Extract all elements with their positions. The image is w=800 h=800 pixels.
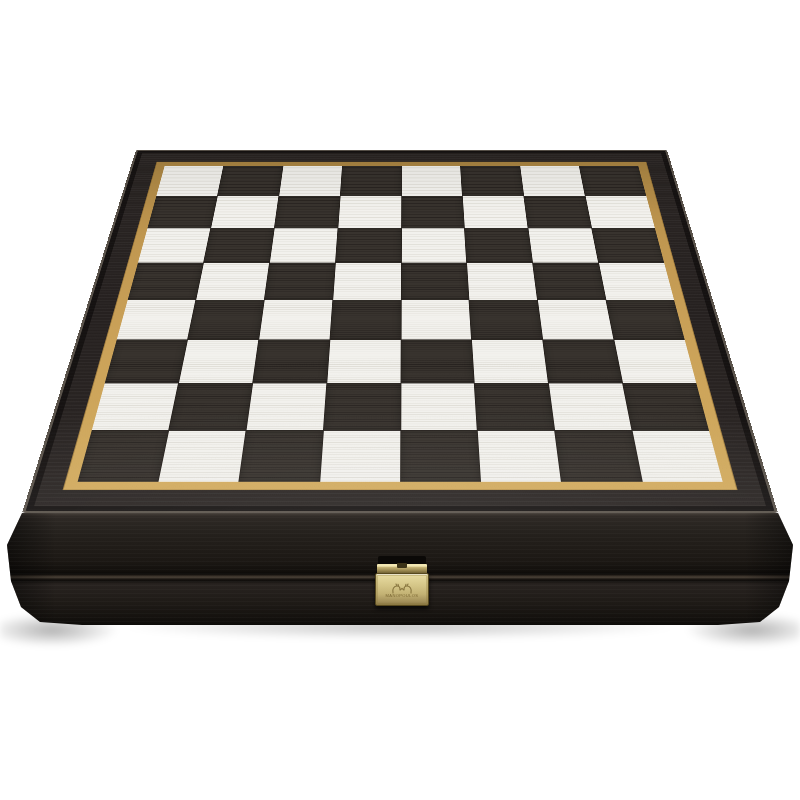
square-h7[interactable] — [586, 196, 655, 228]
square-b5[interactable] — [196, 263, 269, 300]
square-d2[interactable] — [324, 384, 401, 431]
square-f1[interactable] — [478, 431, 561, 482]
square-b6[interactable] — [204, 228, 274, 262]
square-f6[interactable] — [465, 228, 532, 262]
square-c6[interactable] — [270, 228, 338, 262]
manopoulos-logo-icon — [390, 583, 414, 594]
square-c1[interactable] — [239, 431, 322, 482]
square-c3[interactable] — [253, 340, 329, 383]
square-h5[interactable] — [599, 263, 674, 300]
square-g7[interactable] — [524, 196, 591, 228]
square-b4[interactable] — [188, 300, 264, 340]
square-e8[interactable] — [402, 166, 463, 196]
square-g4[interactable] — [538, 300, 613, 340]
square-f2[interactable] — [475, 384, 554, 431]
square-d7[interactable] — [338, 196, 401, 228]
square-e1[interactable] — [401, 431, 481, 482]
square-f5[interactable] — [467, 263, 537, 300]
square-e5[interactable] — [401, 263, 469, 300]
square-b7[interactable] — [211, 196, 278, 228]
square-d4[interactable] — [330, 300, 400, 340]
square-g5[interactable] — [533, 263, 605, 300]
scene: MANOPOULOS — [0, 0, 800, 800]
square-a1[interactable] — [78, 431, 168, 482]
square-d3[interactable] — [327, 340, 400, 383]
square-h4[interactable] — [606, 300, 684, 340]
square-f4[interactable] — [470, 300, 543, 340]
square-h1[interactable] — [633, 431, 723, 482]
square-h6[interactable] — [592, 228, 664, 262]
square-d1[interactable] — [320, 431, 400, 482]
clasp-plate[interactable]: MANOPOULOS — [375, 573, 429, 606]
square-a5[interactable] — [128, 263, 203, 300]
square-g6[interactable] — [529, 228, 599, 262]
square-c7[interactable] — [275, 196, 340, 228]
square-h3[interactable] — [615, 340, 697, 383]
square-e7[interactable] — [402, 196, 465, 228]
square-h8[interactable] — [580, 166, 647, 196]
board-frame — [22, 150, 778, 513]
square-g8[interactable] — [520, 166, 584, 196]
board-grid — [78, 166, 723, 482]
square-c2[interactable] — [246, 384, 326, 431]
square-b1[interactable] — [158, 431, 245, 482]
square-e3[interactable] — [401, 340, 474, 383]
square-c8[interactable] — [279, 166, 342, 196]
square-f3[interactable] — [472, 340, 548, 383]
square-b2[interactable] — [169, 384, 252, 431]
clasp-notch — [397, 563, 407, 568]
square-b3[interactable] — [179, 340, 258, 383]
square-a6[interactable] — [138, 228, 210, 262]
square-d8[interactable] — [340, 166, 401, 196]
square-a4[interactable] — [117, 300, 195, 340]
square-a2[interactable] — [92, 384, 178, 431]
square-f8[interactable] — [461, 166, 523, 196]
square-d6[interactable] — [336, 228, 401, 262]
square-c5[interactable] — [265, 263, 335, 300]
square-b8[interactable] — [218, 166, 283, 196]
square-e2[interactable] — [401, 384, 477, 431]
chess-board-top — [22, 150, 778, 513]
square-a7[interactable] — [148, 196, 217, 228]
square-f7[interactable] — [463, 196, 528, 228]
square-c4[interactable] — [259, 300, 332, 340]
square-e4[interactable] — [401, 300, 471, 340]
gold-border-inlay — [63, 162, 738, 491]
square-h2[interactable] — [623, 384, 709, 431]
square-d5[interactable] — [333, 263, 401, 300]
square-a8[interactable] — [156, 166, 223, 196]
brass-clasp[interactable]: MANOPOULOS — [375, 556, 429, 608]
square-g3[interactable] — [543, 340, 622, 383]
square-g1[interactable] — [555, 431, 641, 482]
square-e6[interactable] — [401, 228, 466, 262]
square-a3[interactable] — [105, 340, 187, 383]
clasp-brand-text: MANOPOULOS — [386, 594, 419, 598]
square-g2[interactable] — [549, 384, 631, 431]
